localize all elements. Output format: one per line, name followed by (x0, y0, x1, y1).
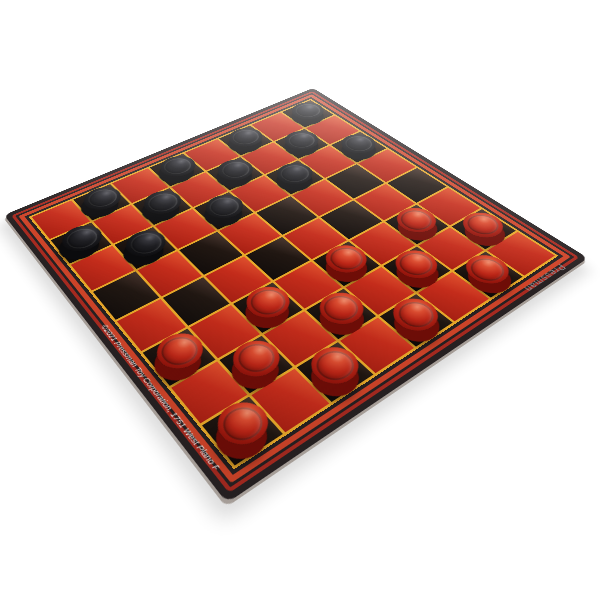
checkers-board: Pressman ©2021 Pressman Toy Corporation,… (4, 88, 588, 503)
playing-area (29, 99, 559, 470)
photo-background: Pressman ©2021 Pressman Toy Corporation,… (0, 0, 600, 600)
